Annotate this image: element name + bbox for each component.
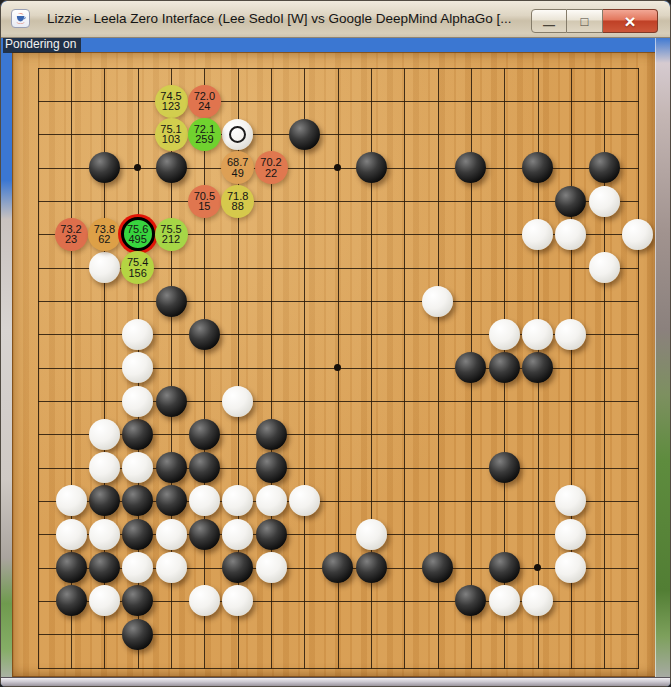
white-stone [589,186,620,217]
white-stone [522,585,553,616]
black-stone [89,152,120,183]
black-stone [489,452,520,483]
candidate-move[interactable]: 71.888 [221,185,254,218]
black-stone [555,186,586,217]
white-stone [89,419,120,450]
white-stone [489,319,520,350]
status-badge: Pondering on [3,37,81,53]
black-stone [322,552,353,583]
black-stone [56,552,87,583]
white-stone [189,585,220,616]
black-stone [89,485,120,516]
white-stone [622,219,653,250]
white-stone [156,519,187,550]
black-stone [455,585,486,616]
grid-line [38,668,639,669]
black-stone [156,286,187,317]
candidate-move[interactable]: 72.1259 [188,118,221,151]
white-stone [555,519,586,550]
black-stone [356,552,387,583]
goban[interactable]: 74.512372.02475.110372.125968.74970.2227… [12,52,657,677]
black-stone [489,552,520,583]
white-stone [122,452,153,483]
white-stone [222,119,253,150]
black-stone [156,386,187,417]
window-controls: — □ × [531,9,658,33]
star-point [534,564,541,571]
white-stone [522,219,553,250]
candidate-visits: 88 [232,201,244,212]
black-stone [122,519,153,550]
black-stone [422,552,453,583]
title-bar[interactable]: Lizzie - Leela Zero Interface (Lee Sedol… [1,1,670,38]
black-stone [122,419,153,450]
minimize-icon: — [543,18,555,32]
black-stone [122,585,153,616]
candidate-move[interactable]: 70.515 [188,185,221,218]
candidate-move[interactable]: 75.1103 [155,118,188,151]
black-stone [156,152,187,183]
black-stone [222,552,253,583]
maximize-button[interactable]: □ [567,9,603,33]
candidate-visits: 123 [162,101,180,112]
window-frame-right [655,37,670,687]
black-stone [256,419,287,450]
candidate-visits: 23 [65,234,77,245]
black-stone [455,352,486,383]
black-stone [122,619,153,650]
candidate-move[interactable]: 74.5123 [155,85,188,118]
white-stone [122,386,153,417]
black-stone [189,419,220,450]
white-stone [89,252,120,283]
black-stone [56,585,87,616]
black-stone [455,152,486,183]
candidate-visits: 259 [195,134,213,145]
candidate-visits: 24 [198,101,210,112]
white-stone [422,286,453,317]
white-stone [256,485,287,516]
black-stone [256,452,287,483]
candidate-visits: 495 [129,234,147,245]
candidate-visits: 103 [162,134,180,145]
white-stone [89,452,120,483]
candidate-move[interactable]: 75.4156 [121,251,154,284]
last-move-marker [229,126,246,143]
black-stone [89,552,120,583]
window-content: 74.512372.02475.110372.125968.74970.2227… [1,37,670,687]
window-frame-bottom [1,677,670,687]
candidate-move[interactable]: 73.223 [55,218,88,251]
white-stone [555,219,586,250]
black-stone [156,452,187,483]
black-stone [189,519,220,550]
black-stone [356,152,387,183]
candidate-visits: 22 [265,168,277,179]
star-point [134,164,141,171]
candidate-move[interactable]: 72.024 [188,85,221,118]
white-stone [289,485,320,516]
white-stone [555,552,586,583]
candidate-visits: 15 [198,201,210,212]
star-point [334,364,341,371]
white-stone [356,519,387,550]
white-stone [156,552,187,583]
white-stone [222,386,253,417]
white-stone [122,319,153,350]
white-stone [122,352,153,383]
white-stone [56,519,87,550]
window-title: Lizzie - Leela Zero Interface (Lee Sedol… [47,11,512,26]
black-stone [256,519,287,550]
java-coffee-cup-icon [11,9,30,28]
white-stone [589,252,620,283]
candidate-move[interactable]: 70.222 [255,151,288,184]
java-cup-glyph [14,12,27,25]
white-stone [489,585,520,616]
best-move-candidate[interactable]: 75.6495 [121,217,155,251]
grid-line [404,68,405,669]
candidate-move[interactable]: 75.5212 [155,218,188,251]
white-stone [56,485,87,516]
white-stone [222,485,253,516]
white-stone [89,585,120,616]
black-stone [122,485,153,516]
close-button[interactable]: × [603,9,658,33]
candidate-visits: 49 [232,168,244,179]
candidate-visits: 212 [162,234,180,245]
close-icon: × [624,12,635,31]
black-stone [489,352,520,383]
black-stone [289,119,320,150]
white-stone [256,552,287,583]
candidate-move[interactable]: 68.749 [221,151,254,184]
white-stone [522,319,553,350]
candidate-visits: 62 [98,234,110,245]
white-stone [555,319,586,350]
black-stone [189,452,220,483]
black-stone [522,352,553,383]
lizzie-window: Lizzie - Leela Zero Interface (Lee Sedol… [0,0,671,687]
black-stone [156,485,187,516]
maximize-icon: □ [581,14,589,29]
white-stone [122,552,153,583]
candidate-move[interactable]: 73.862 [88,218,121,251]
black-stone [589,152,620,183]
star-point [334,164,341,171]
white-stone [189,485,220,516]
white-stone [555,485,586,516]
white-stone [222,585,253,616]
black-stone [522,152,553,183]
minimize-button[interactable]: — [531,9,567,33]
black-stone [189,319,220,350]
white-stone [89,519,120,550]
white-stone [222,519,253,550]
window-frame-left [1,37,12,687]
candidate-visits: 156 [129,268,147,279]
grid-line [638,68,639,669]
